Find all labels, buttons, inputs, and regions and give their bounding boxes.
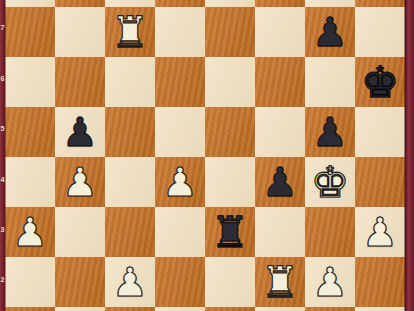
square-a7[interactable]	[5, 7, 55, 57]
piece-white-pawn: ♟	[55, 157, 105, 207]
square-d1[interactable]	[155, 307, 205, 311]
square-f2[interactable]: ♜	[255, 257, 305, 307]
square-f8[interactable]	[255, 0, 305, 7]
piece-white-pawn: ♟	[355, 207, 405, 257]
piece-black-pawn: ♟	[305, 7, 355, 57]
piece-black-king: ♚	[355, 57, 405, 107]
piece-white-rook: ♜	[105, 7, 155, 57]
square-c7[interactable]: ♜	[105, 7, 155, 57]
square-e3[interactable]: ♜	[205, 207, 255, 257]
square-h5[interactable]	[355, 107, 405, 157]
square-e6[interactable]	[205, 57, 255, 107]
rank-label-6: 6	[0, 74, 5, 84]
piece-white-rook: ♜	[255, 257, 305, 307]
square-g7[interactable]: ♟	[305, 7, 355, 57]
piece-black-pawn: ♟	[55, 107, 105, 157]
square-h2[interactable]	[355, 257, 405, 307]
square-d6[interactable]	[155, 57, 205, 107]
chess-board: ♜♟♚♟♟♟♟♟♚♟♜♟♟♜♟	[5, 0, 405, 311]
piece-white-king: ♚	[305, 157, 355, 207]
square-e2[interactable]	[205, 257, 255, 307]
square-c2[interactable]: ♟	[105, 257, 155, 307]
square-b3[interactable]	[55, 207, 105, 257]
square-f4[interactable]: ♟	[255, 157, 305, 207]
square-c6[interactable]	[105, 57, 155, 107]
square-a5[interactable]	[5, 107, 55, 157]
square-b5[interactable]: ♟	[55, 107, 105, 157]
square-h8[interactable]	[355, 0, 405, 7]
square-e5[interactable]	[205, 107, 255, 157]
piece-white-pawn: ♟	[155, 157, 205, 207]
board-frame-left	[0, 0, 5, 311]
square-d4[interactable]: ♟	[155, 157, 205, 207]
square-h7[interactable]	[355, 7, 405, 57]
square-a1[interactable]	[5, 307, 55, 311]
piece-white-pawn: ♟	[305, 257, 355, 307]
square-d5[interactable]	[155, 107, 205, 157]
square-f6[interactable]	[255, 57, 305, 107]
square-c8[interactable]	[105, 0, 155, 7]
square-a3[interactable]: ♟	[5, 207, 55, 257]
square-b8[interactable]	[55, 0, 105, 7]
piece-black-pawn: ♟	[305, 107, 355, 157]
square-c4[interactable]	[105, 157, 155, 207]
square-b2[interactable]	[55, 257, 105, 307]
square-h6[interactable]: ♚	[355, 57, 405, 107]
square-a2[interactable]	[5, 257, 55, 307]
square-d3[interactable]	[155, 207, 205, 257]
square-h1[interactable]	[355, 307, 405, 311]
square-f1[interactable]	[255, 307, 305, 311]
piece-white-pawn: ♟	[5, 207, 55, 257]
square-e8[interactable]	[205, 0, 255, 7]
square-h4[interactable]	[355, 157, 405, 207]
piece-white-pawn: ♟	[105, 257, 155, 307]
piece-black-rook: ♜	[205, 207, 255, 257]
square-h3[interactable]: ♟	[355, 207, 405, 257]
square-g3[interactable]	[305, 207, 355, 257]
square-a4[interactable]	[5, 157, 55, 207]
square-c3[interactable]	[105, 207, 155, 257]
square-g6[interactable]	[305, 57, 355, 107]
square-b4[interactable]: ♟	[55, 157, 105, 207]
square-f7[interactable]	[255, 7, 305, 57]
board-frame-right	[405, 0, 414, 311]
rank-label-2: 2	[0, 275, 5, 285]
square-g1[interactable]	[305, 307, 355, 311]
square-a8[interactable]	[5, 0, 55, 7]
square-b7[interactable]	[55, 7, 105, 57]
square-f5[interactable]	[255, 107, 305, 157]
square-g2[interactable]: ♟	[305, 257, 355, 307]
square-f3[interactable]	[255, 207, 305, 257]
square-d2[interactable]	[155, 257, 205, 307]
square-d8[interactable]	[155, 0, 205, 7]
square-b6[interactable]	[55, 57, 105, 107]
square-e4[interactable]	[205, 157, 255, 207]
rank-label-7: 7	[0, 23, 5, 33]
square-g4[interactable]: ♚	[305, 157, 355, 207]
square-e7[interactable]	[205, 7, 255, 57]
square-d7[interactable]	[155, 7, 205, 57]
square-a6[interactable]	[5, 57, 55, 107]
square-c5[interactable]	[105, 107, 155, 157]
square-e1[interactable]	[205, 307, 255, 311]
piece-black-pawn: ♟	[255, 157, 305, 207]
square-b1[interactable]	[55, 307, 105, 311]
rank-label-3: 3	[0, 225, 5, 235]
square-c1[interactable]	[105, 307, 155, 311]
rank-label-4: 4	[0, 175, 5, 185]
square-g8[interactable]	[305, 0, 355, 7]
rank-label-5: 5	[0, 124, 5, 134]
square-g5[interactable]: ♟	[305, 107, 355, 157]
chess-diagram: 7 6 5 4 3 2 ♜♟♚♟♟♟♟♟♚♟♜♟♟♜♟	[0, 0, 414, 311]
